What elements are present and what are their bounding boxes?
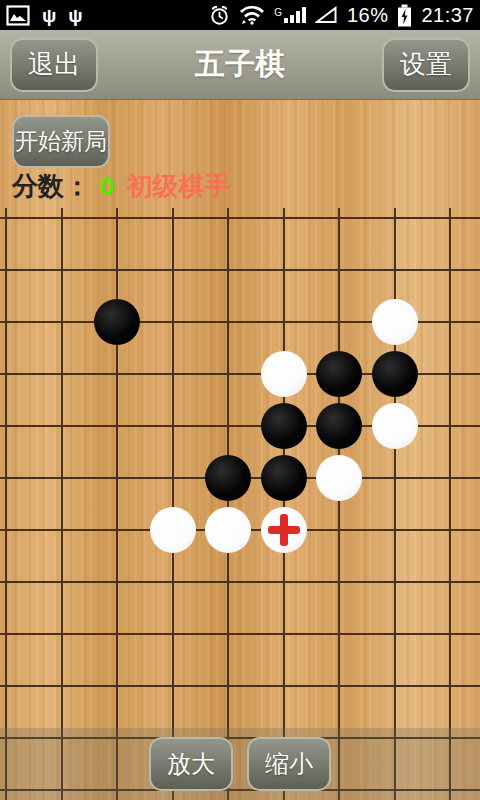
stone-white bbox=[205, 507, 251, 553]
stone-black bbox=[94, 299, 140, 345]
stone-white bbox=[261, 351, 307, 397]
stone-black bbox=[261, 455, 307, 501]
stone-white bbox=[316, 455, 362, 501]
grid-hline bbox=[0, 633, 480, 635]
player-rank-label: 初级棋手 bbox=[126, 169, 230, 204]
stone-black bbox=[261, 403, 307, 449]
stone-black bbox=[372, 351, 418, 397]
grid-vline bbox=[5, 208, 7, 800]
last-move-cross bbox=[261, 507, 307, 553]
zoom-in-button[interactable]: 放大 bbox=[149, 737, 233, 791]
grid-vline bbox=[116, 208, 118, 800]
header-bar: 退出 五子棋 设置 bbox=[0, 30, 480, 100]
no-sim-triangle-icon bbox=[315, 6, 338, 24]
gomoku-board[interactable]: 开始新局 分数： 0 初级棋手 放大 缩小 bbox=[0, 100, 480, 800]
grid-vline bbox=[283, 208, 285, 800]
battery-charging-icon bbox=[397, 4, 412, 27]
stone-white bbox=[372, 299, 418, 345]
stone-white bbox=[150, 507, 196, 553]
signal-bars-icon: G bbox=[274, 7, 306, 23]
alarm-icon bbox=[209, 5, 230, 26]
new-game-button[interactable]: 开始新局 bbox=[12, 115, 110, 168]
usb-icon: ψ bbox=[68, 6, 82, 25]
stone-black bbox=[205, 455, 251, 501]
grid-vline bbox=[449, 208, 451, 800]
battery-percent-label: 16% bbox=[347, 4, 389, 27]
usb-icon: ψ bbox=[42, 6, 56, 25]
zoom-out-button[interactable]: 缩小 bbox=[247, 737, 331, 791]
grid-vline bbox=[61, 208, 63, 800]
app-screen: ψ ψ G bbox=[0, 0, 480, 800]
score-label: 分数： bbox=[12, 169, 90, 204]
grid-hline bbox=[0, 269, 480, 271]
grid-vline bbox=[172, 208, 174, 800]
exit-button[interactable]: 退出 bbox=[10, 38, 98, 92]
status-right-icons: G 16% 21:37 bbox=[209, 4, 474, 27]
grid-vline bbox=[338, 208, 340, 800]
settings-button[interactable]: 设置 bbox=[382, 38, 470, 92]
zoom-toolbar: 放大 缩小 bbox=[0, 728, 480, 800]
screenshot-icon bbox=[6, 5, 30, 26]
status-bar: ψ ψ G bbox=[0, 0, 480, 30]
grid-hline bbox=[0, 217, 480, 219]
wifi-icon bbox=[239, 5, 265, 25]
network-type-label: G bbox=[274, 7, 282, 18]
score-value: 0 bbox=[100, 171, 114, 202]
grid-vline bbox=[394, 208, 396, 800]
grid-vline bbox=[227, 208, 229, 800]
grid-hline bbox=[0, 581, 480, 583]
stone-black bbox=[316, 351, 362, 397]
score-line: 分数： 0 初级棋手 bbox=[12, 168, 230, 204]
status-left-icons: ψ ψ bbox=[6, 5, 83, 26]
app-title: 五子棋 bbox=[195, 44, 285, 85]
stone-white bbox=[372, 403, 418, 449]
stone-black bbox=[316, 403, 362, 449]
clock-label: 21:37 bbox=[421, 4, 474, 27]
grid-hline bbox=[0, 685, 480, 687]
